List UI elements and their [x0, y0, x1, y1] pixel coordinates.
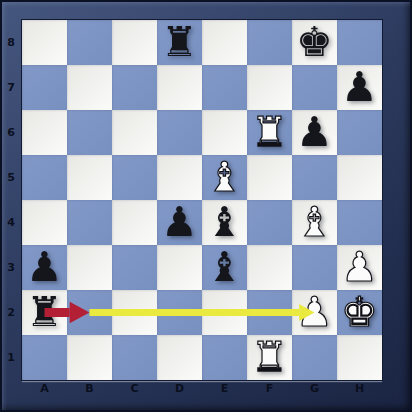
- square-g3[interactable]: [292, 245, 337, 290]
- file-label-b: B: [67, 380, 112, 397]
- square-a7[interactable]: [22, 65, 67, 110]
- square-e4[interactable]: ♝: [202, 200, 247, 245]
- square-f8[interactable]: [247, 20, 292, 65]
- square-a5[interactable]: [22, 155, 67, 200]
- square-d8[interactable]: ♜: [157, 20, 202, 65]
- square-f3[interactable]: [247, 245, 292, 290]
- file-label-c: C: [112, 380, 157, 397]
- square-h7[interactable]: ♟: [337, 65, 382, 110]
- board-frame: 87654321 ABCDEFGH ♜♚♟♜♟♝♟♝♝♟♝♟♜♟♚♜: [0, 0, 412, 412]
- square-a2[interactable]: ♜: [22, 290, 67, 335]
- square-d4[interactable]: ♟: [157, 200, 202, 245]
- square-b1[interactable]: [67, 335, 112, 380]
- piece-black-pawn-g6[interactable]: ♟: [292, 110, 337, 155]
- rank-label-6: 6: [0, 110, 22, 155]
- square-d2[interactable]: [157, 290, 202, 335]
- rank-label-2: 2: [0, 290, 22, 335]
- square-f1[interactable]: ♜: [247, 335, 292, 380]
- square-a6[interactable]: [22, 110, 67, 155]
- piece-white-king-h2[interactable]: ♚: [337, 290, 382, 335]
- square-g7[interactable]: [292, 65, 337, 110]
- rank-label-8: 8: [0, 20, 22, 65]
- square-f6[interactable]: ♜: [247, 110, 292, 155]
- square-f7[interactable]: [247, 65, 292, 110]
- square-f5[interactable]: [247, 155, 292, 200]
- square-g2[interactable]: ♟: [292, 290, 337, 335]
- square-b8[interactable]: [67, 20, 112, 65]
- file-label-g: G: [292, 380, 337, 397]
- file-labels: ABCDEFGH: [22, 380, 382, 397]
- piece-white-bishop-e5[interactable]: ♝: [202, 155, 247, 200]
- square-c2[interactable]: [112, 290, 157, 335]
- square-e2[interactable]: [202, 290, 247, 335]
- square-b2[interactable]: [67, 290, 112, 335]
- square-e8[interactable]: [202, 20, 247, 65]
- piece-black-rook-d8[interactable]: ♜: [157, 20, 202, 65]
- piece-black-pawn-a3[interactable]: ♟: [22, 245, 67, 290]
- piece-white-pawn-h3[interactable]: ♟: [337, 245, 382, 290]
- square-h3[interactable]: ♟: [337, 245, 382, 290]
- square-e6[interactable]: [202, 110, 247, 155]
- square-h1[interactable]: [337, 335, 382, 380]
- file-label-f: F: [247, 380, 292, 397]
- square-e5[interactable]: ♝: [202, 155, 247, 200]
- square-c7[interactable]: [112, 65, 157, 110]
- square-g8[interactable]: ♚: [292, 20, 337, 65]
- rank-label-4: 4: [0, 200, 22, 245]
- rank-label-7: 7: [0, 65, 22, 110]
- square-d6[interactable]: [157, 110, 202, 155]
- file-label-a: A: [22, 380, 67, 397]
- square-b4[interactable]: [67, 200, 112, 245]
- square-a1[interactable]: [22, 335, 67, 380]
- rank-label-3: 3: [0, 245, 22, 290]
- square-b5[interactable]: [67, 155, 112, 200]
- square-b6[interactable]: [67, 110, 112, 155]
- square-h4[interactable]: [337, 200, 382, 245]
- rank-labels: 87654321: [0, 20, 22, 380]
- piece-black-king-g8[interactable]: ♚: [292, 20, 337, 65]
- file-label-h: H: [337, 380, 382, 397]
- square-f2[interactable]: [247, 290, 292, 335]
- piece-black-pawn-h7[interactable]: ♟: [337, 65, 382, 110]
- piece-white-rook-f1[interactable]: ♜: [247, 335, 292, 380]
- square-b7[interactable]: [67, 65, 112, 110]
- file-label-e: E: [202, 380, 247, 397]
- square-e1[interactable]: [202, 335, 247, 380]
- square-g6[interactable]: ♟: [292, 110, 337, 155]
- square-a4[interactable]: [22, 200, 67, 245]
- square-c8[interactable]: [112, 20, 157, 65]
- square-d5[interactable]: [157, 155, 202, 200]
- piece-black-bishop-e3[interactable]: ♝: [202, 245, 247, 290]
- rank-label-5: 5: [0, 155, 22, 200]
- square-g4[interactable]: ♝: [292, 200, 337, 245]
- square-c4[interactable]: [112, 200, 157, 245]
- square-c5[interactable]: [112, 155, 157, 200]
- square-g5[interactable]: [292, 155, 337, 200]
- piece-black-bishop-e4[interactable]: ♝: [202, 200, 247, 245]
- square-d3[interactable]: [157, 245, 202, 290]
- square-d1[interactable]: [157, 335, 202, 380]
- piece-white-bishop-g4[interactable]: ♝: [292, 200, 337, 245]
- square-e7[interactable]: [202, 65, 247, 110]
- square-h8[interactable]: [337, 20, 382, 65]
- piece-white-pawn-g2[interactable]: ♟: [292, 290, 337, 335]
- piece-black-rook-a2[interactable]: ♜: [22, 290, 67, 335]
- piece-white-rook-f6[interactable]: ♜: [247, 110, 292, 155]
- square-d7[interactable]: [157, 65, 202, 110]
- square-c3[interactable]: [112, 245, 157, 290]
- square-a3[interactable]: ♟: [22, 245, 67, 290]
- square-c6[interactable]: [112, 110, 157, 155]
- piece-black-pawn-d4[interactable]: ♟: [157, 200, 202, 245]
- rank-label-1: 1: [0, 335, 22, 380]
- square-c1[interactable]: [112, 335, 157, 380]
- square-h5[interactable]: [337, 155, 382, 200]
- file-label-d: D: [157, 380, 202, 397]
- square-h2[interactable]: ♚: [337, 290, 382, 335]
- square-h6[interactable]: [337, 110, 382, 155]
- square-f4[interactable]: [247, 200, 292, 245]
- square-e3[interactable]: ♝: [202, 245, 247, 290]
- square-g1[interactable]: [292, 335, 337, 380]
- square-b3[interactable]: [67, 245, 112, 290]
- chess-board[interactable]: ♜♚♟♜♟♝♟♝♝♟♝♟♜♟♚♜: [22, 20, 382, 380]
- square-a8[interactable]: [22, 20, 67, 65]
